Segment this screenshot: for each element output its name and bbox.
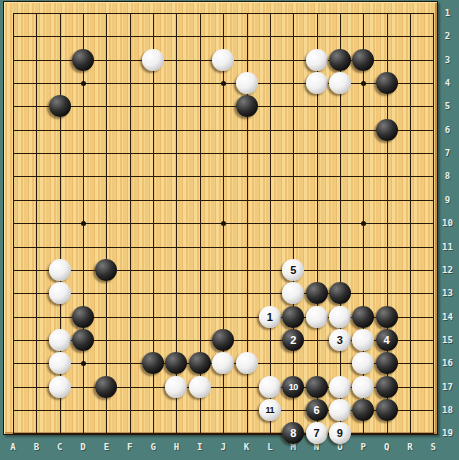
row-label-15: 15 xyxy=(440,335,455,345)
row-label-13: 13 xyxy=(440,288,455,298)
row-label-1: 1 xyxy=(440,8,455,18)
col-label-D: D xyxy=(76,442,90,452)
row-label-5: 5 xyxy=(440,101,455,111)
col-label-H: H xyxy=(169,442,183,452)
col-label-C: C xyxy=(53,442,67,452)
col-label-M: M xyxy=(286,442,300,452)
row-label-19: 19 xyxy=(440,428,455,438)
row-label-10: 10 xyxy=(440,218,455,228)
col-label-J: J xyxy=(216,442,230,452)
row-label-12: 12 xyxy=(440,265,455,275)
row-label-6: 6 xyxy=(440,125,455,135)
row-label-18: 18 xyxy=(440,405,455,415)
col-label-G: G xyxy=(146,442,160,452)
row-label-4: 4 xyxy=(440,78,455,88)
col-label-S: S xyxy=(426,442,440,452)
col-label-E: E xyxy=(99,442,113,452)
row-label-9: 9 xyxy=(440,195,455,205)
row-label-8: 8 xyxy=(440,171,455,181)
row-label-3: 3 xyxy=(440,55,455,65)
col-label-K: K xyxy=(240,442,254,452)
row-label-2: 2 xyxy=(440,31,455,41)
col-label-B: B xyxy=(29,442,43,452)
go-board[interactable] xyxy=(3,1,438,435)
col-label-Q: Q xyxy=(380,442,394,452)
row-label-16: 16 xyxy=(440,358,455,368)
row-label-11: 11 xyxy=(440,242,455,252)
row-label-7: 7 xyxy=(440,148,455,158)
col-label-O: O xyxy=(333,442,347,452)
row-label-17: 17 xyxy=(440,382,455,392)
col-label-A: A xyxy=(6,442,20,452)
col-label-P: P xyxy=(356,442,370,452)
col-label-L: L xyxy=(263,442,277,452)
go-app-window: ABCDEFGHIJKLMNOPQRS123456789101112131415… xyxy=(0,0,459,460)
col-label-I: I xyxy=(193,442,207,452)
col-label-R: R xyxy=(403,442,417,452)
col-label-F: F xyxy=(123,442,137,452)
row-label-14: 14 xyxy=(440,312,455,322)
col-label-N: N xyxy=(310,442,324,452)
